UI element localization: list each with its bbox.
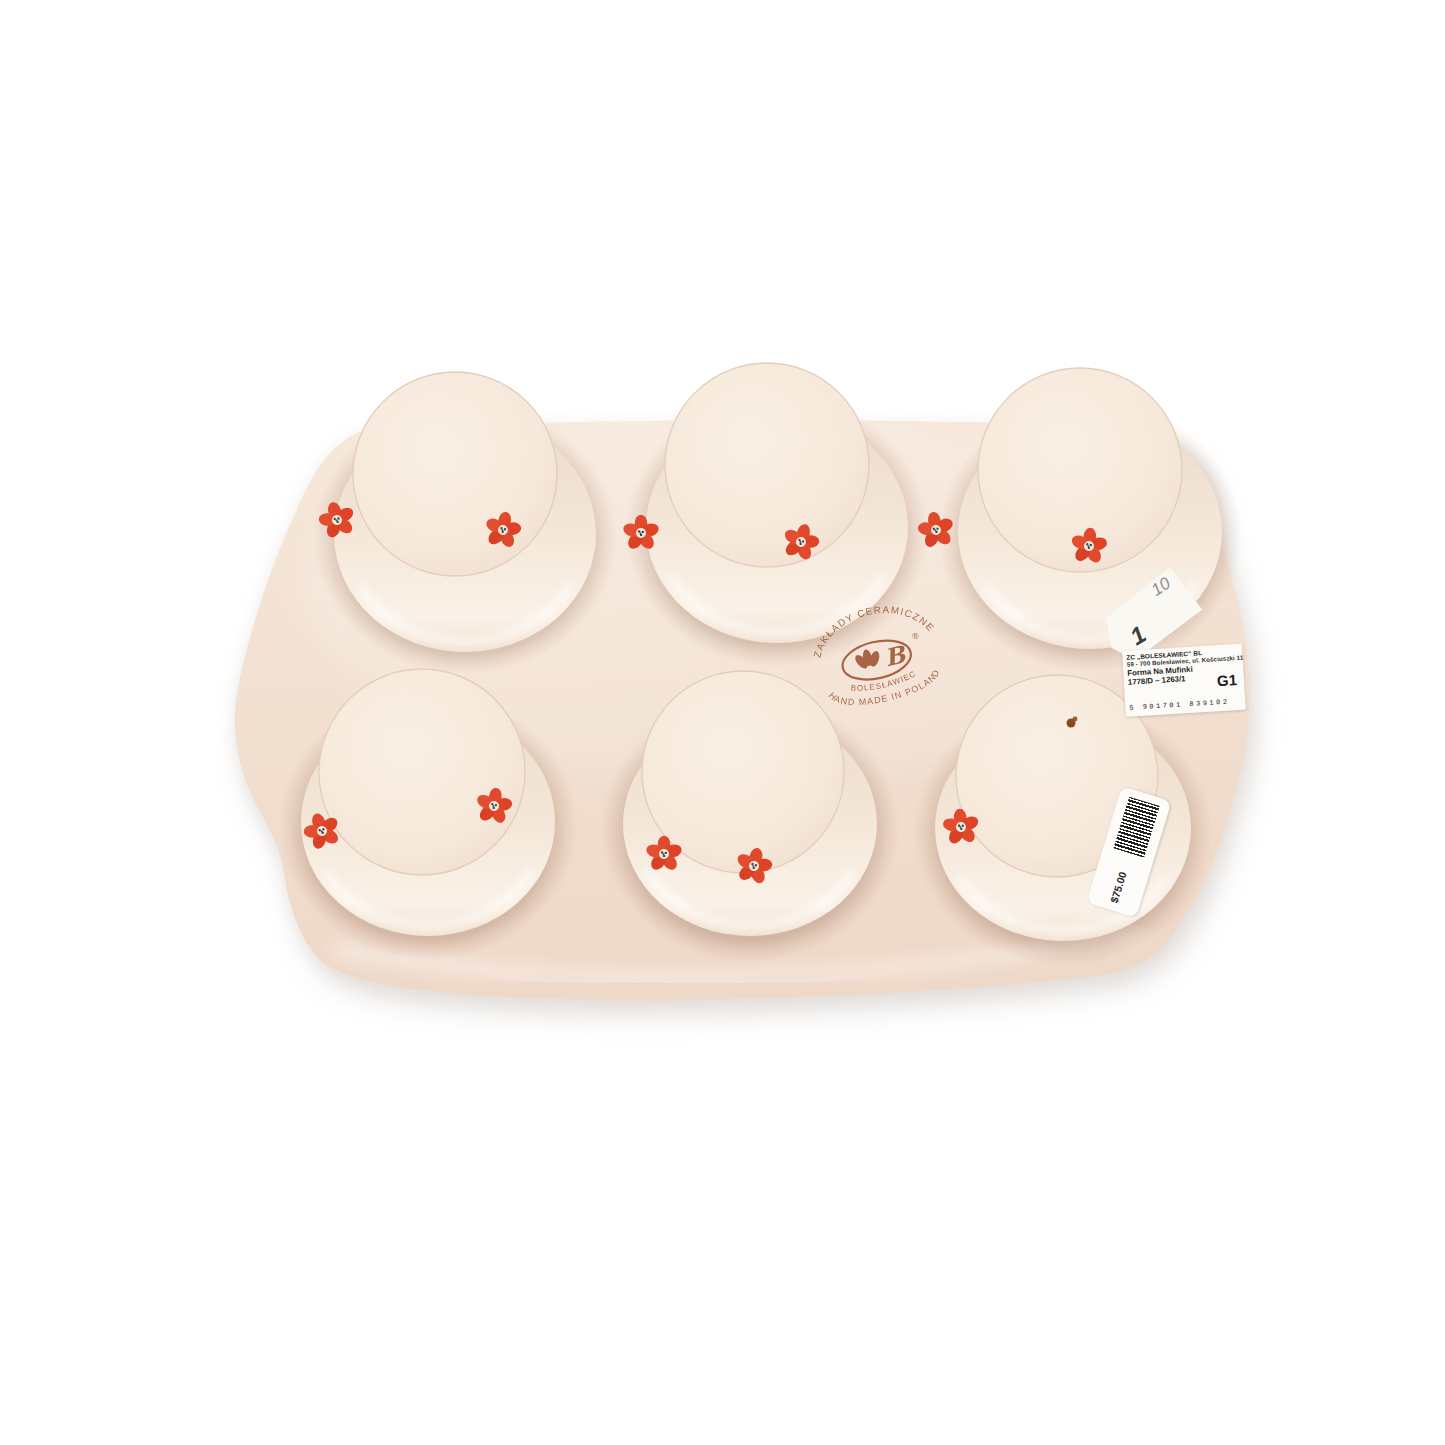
muffin-pan-graphic: ZAKŁADY CERAMICZNE B ® BOLESŁAWIEC HAND … xyxy=(0,0,1445,1445)
product-label: ZC „BOLESŁAWIEC” BL 59 - 700 Bolesławiec… xyxy=(1122,644,1246,717)
price-sticker-amount: $75.00 xyxy=(1108,870,1129,904)
price-sticker-barcode xyxy=(1113,797,1159,858)
label-quality-grade: G1 xyxy=(1216,671,1237,689)
product-photo: ZAKŁADY CERAMICZNE B ® BOLESŁAWIEC HAND … xyxy=(0,0,1445,1445)
muffin-cup xyxy=(938,368,1242,672)
price-tag-left-number: 1 xyxy=(1125,620,1151,651)
